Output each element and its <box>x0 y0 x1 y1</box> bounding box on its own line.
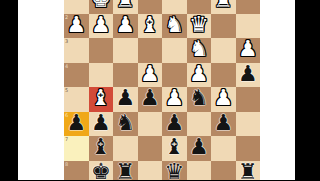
square-g4[interactable] <box>89 63 114 88</box>
square-d2[interactable]: ♞ <box>162 14 187 39</box>
square-e2[interactable]: ♝ <box>138 14 163 39</box>
square-f4[interactable] <box>113 63 138 88</box>
square-d3[interactable] <box>162 38 187 63</box>
piece-black-pawn[interactable]: ♟ <box>238 62 258 87</box>
square-h5[interactable]: 5 <box>64 87 89 112</box>
piece-white-knight[interactable]: ♞ <box>164 13 184 38</box>
square-d4[interactable] <box>162 63 187 88</box>
square-e5[interactable]: ♟ <box>138 87 163 112</box>
square-b1[interactable]: ♜ <box>211 0 236 14</box>
rank-label-2: 2 <box>65 14 68 20</box>
piece-black-bishop[interactable]: ♝ <box>91 135 111 160</box>
piece-black-pawn[interactable]: ♟ <box>91 111 111 136</box>
chess-board: 1♚♜♜2♟♟♟♝♞♛3♞♟4♟♟♟5♝♟♟♟♞♟6♟♟♞♟♟7♝♝♟8♚♜♛♜ <box>64 0 260 180</box>
piece-black-pawn[interactable]: ♟ <box>213 111 233 136</box>
piece-white-knight[interactable]: ♞ <box>189 37 209 62</box>
square-d7[interactable]: ♝ <box>162 136 187 161</box>
piece-black-knight[interactable]: ♞ <box>189 86 209 111</box>
square-g2[interactable]: ♟ <box>89 14 114 39</box>
square-h8[interactable]: 8 <box>64 161 89 181</box>
piece-black-bishop[interactable]: ♝ <box>164 135 184 160</box>
rank-label-8: 8 <box>65 161 68 167</box>
square-a6[interactable] <box>236 112 261 137</box>
square-a2[interactable] <box>236 14 261 39</box>
piece-white-pawn[interactable]: ♟ <box>115 13 135 38</box>
square-a1[interactable] <box>236 0 261 14</box>
square-e4[interactable]: ♟ <box>138 63 163 88</box>
square-d5[interactable]: ♟ <box>162 87 187 112</box>
square-c4[interactable]: ♟ <box>187 63 212 88</box>
square-a7[interactable] <box>236 136 261 161</box>
square-b8[interactable] <box>211 161 236 181</box>
square-c5[interactable]: ♞ <box>187 87 212 112</box>
square-b7[interactable] <box>211 136 236 161</box>
square-f5[interactable]: ♟ <box>113 87 138 112</box>
piece-black-pawn[interactable]: ♟ <box>66 111 86 136</box>
square-c3[interactable]: ♞ <box>187 38 212 63</box>
square-f3[interactable] <box>113 38 138 63</box>
square-e6[interactable] <box>138 112 163 137</box>
square-f6[interactable]: ♞ <box>113 112 138 137</box>
piece-black-pawn[interactable]: ♟ <box>189 135 209 160</box>
piece-white-pawn[interactable]: ♟ <box>164 86 184 111</box>
square-f8[interactable]: ♜ <box>113 161 138 181</box>
piece-black-rook[interactable]: ♜ <box>238 160 258 181</box>
piece-black-knight[interactable]: ♞ <box>115 111 135 136</box>
square-h4[interactable]: 4 <box>64 63 89 88</box>
piece-white-queen[interactable]: ♛ <box>189 13 209 38</box>
piece-white-pawn[interactable]: ♟ <box>238 37 258 62</box>
square-f2[interactable]: ♟ <box>113 14 138 39</box>
square-d8[interactable]: ♛ <box>162 161 187 181</box>
square-h3[interactable]: 3 <box>64 38 89 63</box>
square-d6[interactable]: ♟ <box>162 112 187 137</box>
piece-white-pawn[interactable]: ♟ <box>66 13 86 38</box>
rank-label-4: 4 <box>65 63 68 69</box>
piece-black-rook[interactable]: ♜ <box>115 160 135 181</box>
square-b4[interactable] <box>211 63 236 88</box>
square-c6[interactable] <box>187 112 212 137</box>
piece-white-bishop[interactable]: ♝ <box>140 13 160 38</box>
square-e7[interactable] <box>138 136 163 161</box>
square-b6[interactable]: ♟ <box>211 112 236 137</box>
square-a4[interactable]: ♟ <box>236 63 261 88</box>
square-a3[interactable]: ♟ <box>236 38 261 63</box>
square-g8[interactable]: ♚ <box>89 161 114 181</box>
square-g5[interactable]: ♝ <box>89 87 114 112</box>
square-h2[interactable]: 2♟ <box>64 14 89 39</box>
square-h7[interactable]: 7 <box>64 136 89 161</box>
piece-black-pawn[interactable]: ♟ <box>140 86 160 111</box>
piece-white-bishop[interactable]: ♝ <box>91 86 111 111</box>
square-b2[interactable] <box>211 14 236 39</box>
square-c7[interactable]: ♟ <box>187 136 212 161</box>
piece-black-queen[interactable]: ♛ <box>164 160 184 181</box>
piece-black-king[interactable]: ♚ <box>91 160 111 181</box>
square-h6[interactable]: 6♟ <box>64 112 89 137</box>
rank-label-3: 3 <box>65 38 68 44</box>
video-frame: 1♚♜♜2♟♟♟♝♞♛3♞♟4♟♟♟5♝♟♟♟♞♟6♟♟♞♟♟7♝♝♟8♚♜♛♜ <box>0 0 320 180</box>
rank-label-7: 7 <box>65 136 68 142</box>
piece-white-pawn[interactable]: ♟ <box>189 62 209 87</box>
square-g3[interactable] <box>89 38 114 63</box>
square-c2[interactable]: ♛ <box>187 14 212 39</box>
letterbox-right <box>295 0 320 180</box>
square-a8[interactable]: ♜ <box>236 161 261 181</box>
piece-white-rook[interactable]: ♜ <box>213 0 233 13</box>
square-g6[interactable]: ♟ <box>89 112 114 137</box>
square-g7[interactable]: ♝ <box>89 136 114 161</box>
square-e3[interactable] <box>138 38 163 63</box>
piece-black-pawn[interactable]: ♟ <box>164 111 184 136</box>
piece-white-pawn[interactable]: ♟ <box>91 13 111 38</box>
square-f7[interactable] <box>113 136 138 161</box>
square-a5[interactable] <box>236 87 261 112</box>
rank-label-6: 6 <box>65 112 68 118</box>
square-e8[interactable] <box>138 161 163 181</box>
piece-black-pawn[interactable]: ♟ <box>115 86 135 111</box>
square-b5[interactable]: ♟ <box>211 87 236 112</box>
rank-label-5: 5 <box>65 87 68 93</box>
piece-white-pawn[interactable]: ♟ <box>213 86 233 111</box>
piece-white-pawn[interactable]: ♟ <box>140 62 160 87</box>
square-b3[interactable] <box>211 38 236 63</box>
letterbox-left <box>0 0 18 180</box>
square-c8[interactable] <box>187 161 212 181</box>
